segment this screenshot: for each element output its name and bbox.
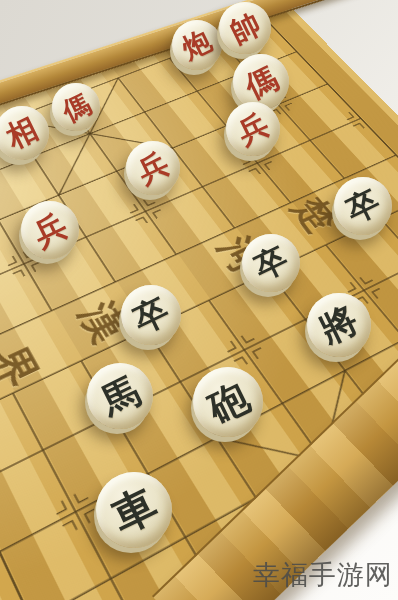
pieces-layer: 炮帥傌相傌兵兵兵卒卒卒將馬砲車 bbox=[0, 0, 398, 600]
piece-red-elephant[interactable]: 相 bbox=[0, 106, 49, 160]
piece-character: 帥 bbox=[226, 9, 265, 48]
piece-character: 兵 bbox=[233, 109, 273, 149]
piece-black-soldier[interactable]: 卒 bbox=[242, 234, 300, 292]
piece-character: 兵 bbox=[29, 209, 72, 252]
photo-canvas: 楚 河 漢 界 炮帥傌相傌兵兵兵卒卒卒將馬砲車 幸福手游网 bbox=[0, 0, 398, 600]
piece-character: 相 bbox=[2, 113, 42, 153]
piece-black-cannon[interactable]: 砲 bbox=[193, 367, 263, 437]
piece-character: 傌 bbox=[58, 89, 94, 125]
piece-character: 砲 bbox=[202, 376, 254, 428]
piece-red-marshal[interactable]: 帥 bbox=[219, 2, 271, 54]
piece-black-general[interactable]: 將 bbox=[307, 293, 371, 357]
piece-red-soldier[interactable]: 兵 bbox=[226, 102, 280, 156]
piece-character: 卒 bbox=[128, 292, 173, 337]
piece-character: 將 bbox=[315, 301, 363, 349]
piece-character: 卒 bbox=[342, 185, 385, 228]
piece-red-cannon[interactable]: 炮 bbox=[172, 20, 222, 70]
piece-black-soldier[interactable]: 卒 bbox=[334, 177, 392, 235]
piece-red-soldier[interactable]: 兵 bbox=[126, 141, 180, 195]
piece-character: 炮 bbox=[178, 26, 215, 63]
piece-character: 兵 bbox=[133, 148, 173, 188]
piece-black-horse[interactable]: 馬 bbox=[87, 363, 153, 429]
piece-character: 卒 bbox=[250, 242, 293, 285]
piece-character: 傌 bbox=[240, 61, 281, 102]
piece-red-horse[interactable]: 傌 bbox=[233, 54, 289, 110]
watermark: 幸福手游网 bbox=[253, 557, 393, 593]
piece-black-chariot[interactable]: 車 bbox=[96, 472, 172, 548]
piece-character: 馬 bbox=[95, 371, 144, 420]
piece-black-soldier[interactable]: 卒 bbox=[121, 285, 181, 345]
piece-red-soldier[interactable]: 兵 bbox=[21, 201, 79, 259]
piece-red-horse[interactable]: 傌 bbox=[52, 83, 100, 131]
piece-character: 車 bbox=[105, 481, 162, 538]
